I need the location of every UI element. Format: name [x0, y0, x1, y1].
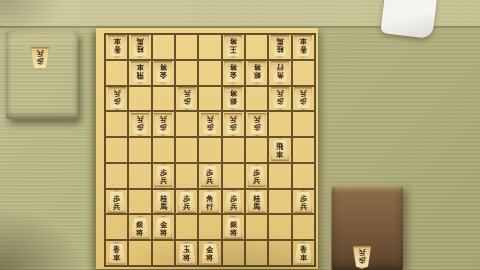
- square-8g: [128, 189, 151, 215]
- square-3e: [245, 137, 268, 163]
- square-5d: 歩 兵: [198, 111, 221, 137]
- square-1e: [292, 137, 315, 163]
- piece-6i-sente-king[interactable]: 玉 将: [177, 242, 197, 265]
- square-7e: [152, 137, 175, 163]
- piece-7f-sente-pawn[interactable]: 歩 兵: [153, 164, 173, 187]
- square-3h: [245, 214, 268, 240]
- piece-kanji: 香 車: [300, 38, 307, 53]
- piece-kanji: 金 将: [230, 64, 237, 79]
- square-6b: [175, 60, 198, 86]
- piece-1i-sente-lance[interactable]: 香 車: [293, 242, 313, 265]
- piece-2e-sente-rook[interactable]: 飛 車: [270, 138, 290, 161]
- square-8c: [128, 86, 151, 112]
- piece-kanji: 歩 兵: [160, 116, 167, 131]
- piece-5f-sente-pawn[interactable]: 歩 兵: [200, 164, 220, 187]
- square-2i: [268, 240, 291, 266]
- piece-3d-gote-pawn[interactable]: 歩 兵: [247, 113, 267, 136]
- piece-kanji: 角 行: [276, 64, 283, 79]
- piece-kanji: 歩 兵: [253, 116, 260, 131]
- square-1g: 歩 兵: [292, 189, 315, 215]
- square-8b: 飛 車: [128, 60, 151, 86]
- square-7b: 金 将: [152, 60, 175, 86]
- piece-kanji: 香 車: [300, 247, 307, 262]
- square-9b: [105, 60, 128, 86]
- piece-kanji: 歩 兵: [36, 50, 43, 65]
- piece-5g-sente-bishop[interactable]: 角 行: [200, 190, 220, 213]
- piece-kanji: 歩 兵: [113, 90, 120, 105]
- piece-kanji: 飛 車: [276, 143, 283, 158]
- square-6a: [175, 34, 198, 60]
- square-9e: [105, 137, 128, 163]
- piece-9g-sente-pawn[interactable]: 歩 兵: [107, 190, 127, 213]
- square-3f: 歩 兵: [245, 163, 268, 189]
- square-7h: 金 将: [152, 214, 175, 240]
- square-5i: 金 将: [198, 240, 221, 266]
- square-8d: 歩 兵: [128, 111, 151, 137]
- square-4h: 銀 将: [222, 214, 245, 240]
- square-9f: [105, 163, 128, 189]
- piece-kanji: 歩 兵: [183, 90, 190, 105]
- square-2a: 桂 馬: [268, 34, 291, 60]
- piece-5i-sente-gold[interactable]: 金 将: [200, 242, 220, 265]
- square-1c: 歩 兵: [292, 86, 315, 112]
- piece-4b-gote-gold[interactable]: 金 将: [223, 61, 243, 84]
- square-8e: [128, 137, 151, 163]
- square-8f: [128, 163, 151, 189]
- square-6i: 玉 将: [175, 240, 198, 266]
- piece-3b-gote-silver[interactable]: 銀 将: [247, 61, 267, 84]
- square-9c: 歩 兵: [105, 86, 128, 112]
- square-5h: [198, 214, 221, 240]
- square-3d: 歩 兵: [245, 111, 268, 137]
- piece-1c-gote-pawn[interactable]: 歩 兵: [293, 87, 313, 110]
- square-9h: [105, 214, 128, 240]
- square-6g: 歩 兵: [175, 189, 198, 215]
- piece-kanji: 金 将: [160, 64, 167, 79]
- square-8a: 桂 馬: [128, 34, 151, 60]
- piece-3g-sente-knight[interactable]: 桂 馬: [247, 190, 267, 213]
- square-6d: [175, 111, 198, 137]
- piece-kanji: 玉 将: [183, 247, 190, 262]
- square-2h: [268, 214, 291, 240]
- piece-8a-gote-knight[interactable]: 桂 馬: [130, 35, 150, 58]
- square-9a: 香 車: [105, 34, 128, 60]
- square-2f: [268, 163, 291, 189]
- square-2b: 角 行: [268, 60, 291, 86]
- piece-9c-gote-pawn[interactable]: 歩 兵: [107, 87, 127, 110]
- white-cloth: [380, 0, 437, 39]
- square-9g: 歩 兵: [105, 189, 128, 215]
- piece-kanji: 歩 兵: [206, 169, 213, 184]
- piece-6c-gote-pawn[interactable]: 歩 兵: [177, 87, 197, 110]
- piece-7b-gote-gold[interactable]: 金 将: [153, 61, 173, 84]
- square-4b: 金 将: [222, 60, 245, 86]
- square-1i: 香 車: [292, 240, 315, 266]
- piece-kanji: 歩 兵: [230, 195, 237, 210]
- square-5f: 歩 兵: [198, 163, 221, 189]
- square-3c: [245, 86, 268, 112]
- board-grid: 香 車桂 馬王 将桂 馬香 車飛 車金 将金 将銀 将角 行歩 兵歩 兵銀 将歩…: [104, 33, 316, 267]
- piece-2b-gote-bishop[interactable]: 角 行: [270, 61, 290, 84]
- square-9d: [105, 111, 128, 137]
- square-7f: 歩 兵: [152, 163, 175, 189]
- piece-kanji: 金 将: [160, 221, 167, 236]
- shogi-board: 香 車桂 馬王 将桂 馬香 車飛 車金 将金 将銀 将角 行歩 兵歩 兵銀 将歩…: [96, 28, 318, 269]
- piece-5d-gote-pawn[interactable]: 歩 兵: [200, 113, 220, 136]
- piece-kanji: 香 車: [113, 38, 120, 53]
- piece-kanji: 歩 兵: [300, 195, 307, 210]
- piece-kanji: 香 車: [113, 247, 120, 262]
- piece-kanji: 桂 馬: [160, 195, 167, 210]
- piece-1a-gote-lance[interactable]: 香 車: [293, 35, 313, 58]
- piece-2a-gote-knight[interactable]: 桂 馬: [270, 35, 290, 58]
- square-3a: [245, 34, 268, 60]
- piece-kanji: 銀 将: [136, 221, 143, 236]
- piece-7g-sente-knight[interactable]: 桂 馬: [153, 190, 173, 213]
- piece-8d-gote-pawn[interactable]: 歩 兵: [130, 113, 150, 136]
- square-8h: 銀 将: [128, 214, 151, 240]
- piece-kanji: 歩 兵: [253, 169, 260, 184]
- square-1a: 香 車: [292, 34, 315, 60]
- square-3i: [245, 240, 268, 266]
- square-7a: [152, 34, 175, 60]
- square-1h: [292, 214, 315, 240]
- square-7g: 桂 馬: [152, 189, 175, 215]
- square-2c: 歩 兵: [268, 86, 291, 112]
- piece-kanji: 金 将: [206, 247, 213, 262]
- piece-kanji: 銀 将: [253, 64, 260, 79]
- piece-kanji: 歩 兵: [160, 169, 167, 184]
- piece-kanji: 飛 車: [136, 64, 143, 79]
- square-1b: [292, 60, 315, 86]
- piece-kanji: 歩 兵: [136, 116, 143, 131]
- piece-8h-sente-silver[interactable]: 銀 将: [130, 216, 150, 239]
- piece-4c-gote-silver[interactable]: 銀 将: [223, 87, 243, 110]
- square-4c: 銀 将: [222, 86, 245, 112]
- piece-7d-gote-pawn[interactable]: 歩 兵: [153, 113, 173, 136]
- square-6h: [175, 214, 198, 240]
- piece-kanji: 桂 馬: [136, 38, 143, 53]
- square-6e: [175, 137, 198, 163]
- piece-4d-gote-pawn[interactable]: 歩 兵: [223, 113, 243, 136]
- square-3g: 桂 馬: [245, 189, 268, 215]
- square-4g: 歩 兵: [222, 189, 245, 215]
- piece-kanji: 銀 将: [230, 221, 237, 236]
- square-9i: 香 車: [105, 240, 128, 266]
- piece-kanji: 歩 兵: [300, 90, 307, 105]
- square-7c: [152, 86, 175, 112]
- square-4i: [222, 240, 245, 266]
- gote-piece-box: [6, 31, 78, 119]
- piece-6g-sente-pawn[interactable]: 歩 兵: [177, 190, 197, 213]
- square-2e: 飛 車: [268, 137, 291, 163]
- square-6c: 歩 兵: [175, 86, 198, 112]
- square-1d: [292, 111, 315, 137]
- piece-kanji: 桂 馬: [253, 195, 260, 210]
- piece-8b-gote-rook[interactable]: 飛 車: [130, 61, 150, 84]
- square-5b: [198, 60, 221, 86]
- piece-4h-sente-silver[interactable]: 銀 将: [223, 216, 243, 239]
- square-7i: [152, 240, 175, 266]
- square-4d: 歩 兵: [222, 111, 245, 137]
- piece-kanji: 歩 兵: [183, 195, 190, 210]
- piece-kanji: 銀 将: [230, 90, 237, 105]
- square-4f: [222, 163, 245, 189]
- square-8i: [128, 240, 151, 266]
- piece-2c-gote-pawn[interactable]: 歩 兵: [270, 87, 290, 110]
- square-7d: 歩 兵: [152, 111, 175, 137]
- square-5c: [198, 86, 221, 112]
- piece-kanji: 歩 兵: [206, 116, 213, 131]
- square-5a: [198, 34, 221, 60]
- square-1f: [292, 163, 315, 189]
- piece-3f-sente-pawn[interactable]: 歩 兵: [247, 164, 267, 187]
- square-2g: [268, 189, 291, 215]
- square-2d: [268, 111, 291, 137]
- piece-kanji: 王 将: [230, 38, 237, 53]
- piece-kanji: 歩 兵: [230, 116, 237, 131]
- piece-9a-gote-lance[interactable]: 香 車: [107, 35, 127, 58]
- square-4a: 王 将: [222, 34, 245, 60]
- piece-kanji: 歩 兵: [113, 195, 120, 210]
- square-5g: 角 行: [198, 189, 221, 215]
- piece-1g-sente-pawn[interactable]: 歩 兵: [293, 190, 313, 213]
- square-6f: [175, 163, 198, 189]
- piece-4g-sente-pawn[interactable]: 歩 兵: [223, 190, 243, 213]
- square-5e: [198, 137, 221, 163]
- square-4e: [222, 137, 245, 163]
- piece-kanji: 歩 兵: [358, 249, 365, 264]
- piece-kanji: 桂 馬: [276, 38, 283, 53]
- piece-7h-sente-gold[interactable]: 金 将: [153, 216, 173, 239]
- piece-kanji: 歩 兵: [276, 90, 283, 105]
- piece-kanji: 角 行: [206, 195, 213, 210]
- square-3b: 銀 将: [245, 60, 268, 86]
- piece-9i-sente-lance[interactable]: 香 車: [107, 242, 127, 265]
- piece-4a-gote-king[interactable]: 王 将: [223, 35, 243, 58]
